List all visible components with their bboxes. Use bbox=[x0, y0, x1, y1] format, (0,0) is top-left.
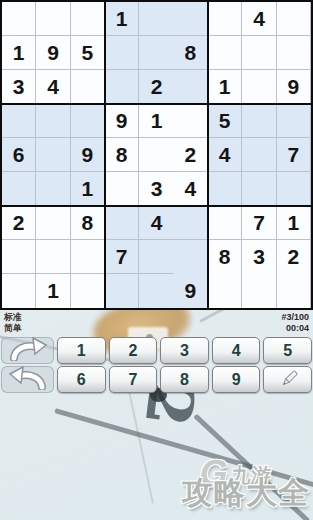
cell-r4c2[interactable] bbox=[36, 104, 70, 138]
redo-arrow-icon bbox=[8, 337, 48, 365]
cell-r6c3[interactable]: 1 bbox=[71, 172, 105, 206]
cell-r4c1[interactable] bbox=[2, 104, 36, 138]
cell-r6c2[interactable] bbox=[36, 172, 70, 206]
cell-r9c4[interactable] bbox=[105, 274, 139, 308]
cell-r5c8[interactable] bbox=[242, 138, 276, 172]
box-divider-horizontal bbox=[2, 205, 311, 207]
status-bar: 标准 简单 #3/100 00:04 bbox=[0, 311, 313, 336]
cell-r4c7[interactable]: 5 bbox=[208, 104, 242, 138]
cell-r3c5[interactable]: 2 bbox=[139, 70, 173, 104]
number-button-3[interactable]: 3 bbox=[160, 337, 209, 364]
cell-r9c9[interactable] bbox=[277, 274, 311, 308]
cell-r7c4[interactable] bbox=[105, 206, 139, 240]
cell-r9c8[interactable] bbox=[242, 274, 276, 308]
redo-button[interactable] bbox=[1, 337, 54, 364]
cell-r8c4[interactable]: 7 bbox=[105, 240, 139, 274]
number-button-4[interactable]: 4 bbox=[212, 337, 261, 364]
cell-r5c7[interactable]: 4 bbox=[208, 138, 242, 172]
cell-r2c6[interactable]: 8 bbox=[174, 36, 208, 70]
cell-r5c9[interactable]: 7 bbox=[277, 138, 311, 172]
cell-r8c3[interactable] bbox=[71, 240, 105, 274]
cell-r3c7[interactable]: 1 bbox=[208, 70, 242, 104]
cell-r5c5[interactable] bbox=[139, 138, 173, 172]
cell-r6c5[interactable]: 3 bbox=[139, 172, 173, 206]
cell-r2c4[interactable] bbox=[105, 36, 139, 70]
number-button-1[interactable]: 1 bbox=[57, 337, 106, 364]
cell-r8c1[interactable] bbox=[2, 240, 36, 274]
cell-r9c3[interactable] bbox=[71, 274, 105, 308]
cell-r8c7[interactable]: 8 bbox=[208, 240, 242, 274]
cell-r9c6[interactable]: 9 bbox=[174, 274, 208, 308]
number-button-9[interactable]: 9 bbox=[212, 366, 261, 393]
number-button-2[interactable]: 2 bbox=[109, 337, 158, 364]
cell-r4c3[interactable] bbox=[71, 104, 105, 138]
cell-r1c4[interactable]: 1 bbox=[105, 2, 139, 36]
cell-r7c1[interactable]: 2 bbox=[2, 206, 36, 240]
cell-r2c3[interactable]: 5 bbox=[71, 36, 105, 70]
cell-r9c7[interactable] bbox=[208, 274, 242, 308]
box-divider-vertical bbox=[207, 2, 209, 308]
cell-r7c8[interactable]: 7 bbox=[242, 206, 276, 240]
cell-r2c5[interactable] bbox=[139, 36, 173, 70]
cell-r3c6[interactable] bbox=[174, 70, 208, 104]
cell-r6c8[interactable] bbox=[242, 172, 276, 206]
cell-r2c7[interactable] bbox=[208, 36, 242, 70]
difficulty-label: 简单 bbox=[4, 323, 22, 334]
cell-r3c4[interactable] bbox=[105, 70, 139, 104]
cell-r4c6[interactable] bbox=[174, 104, 208, 138]
number-pad: 1 2 3 4 5 6 7 8 9 bbox=[0, 337, 313, 395]
number-button-6[interactable]: 6 bbox=[57, 366, 106, 393]
cell-r5c4[interactable]: 8 bbox=[105, 138, 139, 172]
button-row-1: 1 2 3 4 5 bbox=[1, 337, 312, 364]
timer-label: 00:04 bbox=[281, 323, 309, 334]
cell-r1c1[interactable] bbox=[2, 2, 36, 36]
number-button-7[interactable]: 7 bbox=[109, 366, 158, 393]
cell-r4c4[interactable]: 9 bbox=[105, 104, 139, 138]
cell-r6c1[interactable] bbox=[2, 172, 36, 206]
cell-r7c9[interactable]: 1 bbox=[277, 206, 311, 240]
cell-r3c3[interactable] bbox=[71, 70, 105, 104]
cell-r2c2[interactable]: 9 bbox=[36, 36, 70, 70]
number-button-8[interactable]: 8 bbox=[160, 366, 209, 393]
cell-r3c9[interactable]: 9 bbox=[277, 70, 311, 104]
cell-r6c6[interactable]: 4 bbox=[174, 172, 208, 206]
puzzle-number-label: #3/100 bbox=[281, 312, 309, 323]
cell-r4c8[interactable] bbox=[242, 104, 276, 138]
cell-r7c2[interactable] bbox=[36, 206, 70, 240]
pencil-button[interactable] bbox=[263, 366, 312, 393]
number-button-5[interactable]: 5 bbox=[263, 337, 312, 364]
cell-r9c1[interactable] bbox=[2, 274, 36, 308]
cell-r5c6[interactable]: 2 bbox=[174, 138, 208, 172]
game-progress-labels: #3/100 00:04 bbox=[281, 312, 309, 334]
cell-r1c3[interactable] bbox=[71, 2, 105, 36]
box-divider-vertical bbox=[104, 2, 106, 308]
cell-r8c6[interactable] bbox=[174, 240, 208, 274]
pencil-icon bbox=[271, 363, 305, 397]
cell-r9c2[interactable]: 1 bbox=[36, 274, 70, 308]
sudoku-app-screen: 2 1419583421991569824713428471783219 标准 … bbox=[0, 0, 313, 520]
cell-r6c7[interactable] bbox=[208, 172, 242, 206]
cell-r7c6[interactable] bbox=[174, 206, 208, 240]
cell-r8c9[interactable]: 2 bbox=[277, 240, 311, 274]
cell-r5c1[interactable]: 6 bbox=[2, 138, 36, 172]
cell-r2c9[interactable] bbox=[277, 36, 311, 70]
cell-r7c5[interactable]: 4 bbox=[139, 206, 173, 240]
undo-button[interactable] bbox=[1, 366, 54, 393]
cell-r3c1[interactable]: 3 bbox=[2, 70, 36, 104]
cell-r3c2[interactable]: 4 bbox=[36, 70, 70, 104]
cell-r2c8[interactable] bbox=[242, 36, 276, 70]
cell-r8c5[interactable] bbox=[139, 240, 173, 274]
cell-r8c8[interactable]: 3 bbox=[242, 240, 276, 274]
cell-r2c1[interactable]: 1 bbox=[2, 36, 36, 70]
game-mode-labels: 标准 简单 bbox=[4, 312, 22, 334]
cell-r8c2[interactable] bbox=[36, 240, 70, 274]
cell-r5c2[interactable] bbox=[36, 138, 70, 172]
mode-label: 标准 bbox=[4, 312, 22, 323]
cell-r1c7[interactable] bbox=[208, 2, 242, 36]
cell-r4c9[interactable] bbox=[277, 104, 311, 138]
cell-r1c8[interactable]: 4 bbox=[242, 2, 276, 36]
cell-r3c8[interactable] bbox=[242, 70, 276, 104]
cell-r1c2[interactable] bbox=[36, 2, 70, 36]
box-divider-horizontal bbox=[2, 103, 311, 105]
watermark-title: 攻略大全 bbox=[182, 472, 310, 514]
undo-arrow-icon bbox=[8, 366, 48, 394]
sudoku-board: 1419583421991569824713428471783219 bbox=[0, 0, 313, 310]
cell-r7c7[interactable] bbox=[208, 206, 242, 240]
cell-r6c9[interactable] bbox=[277, 172, 311, 206]
cell-r9c5[interactable] bbox=[139, 274, 173, 308]
cell-r4c5[interactable]: 1 bbox=[139, 104, 173, 138]
button-row-2: 6 7 8 9 bbox=[1, 366, 312, 393]
cell-r1c9[interactable] bbox=[277, 2, 311, 36]
cell-r1c6[interactable] bbox=[174, 2, 208, 36]
cell-r7c3[interactable]: 8 bbox=[71, 206, 105, 240]
cell-r1c5[interactable] bbox=[139, 2, 173, 36]
cell-r5c3[interactable]: 9 bbox=[71, 138, 105, 172]
cell-r6c4[interactable] bbox=[105, 172, 139, 206]
